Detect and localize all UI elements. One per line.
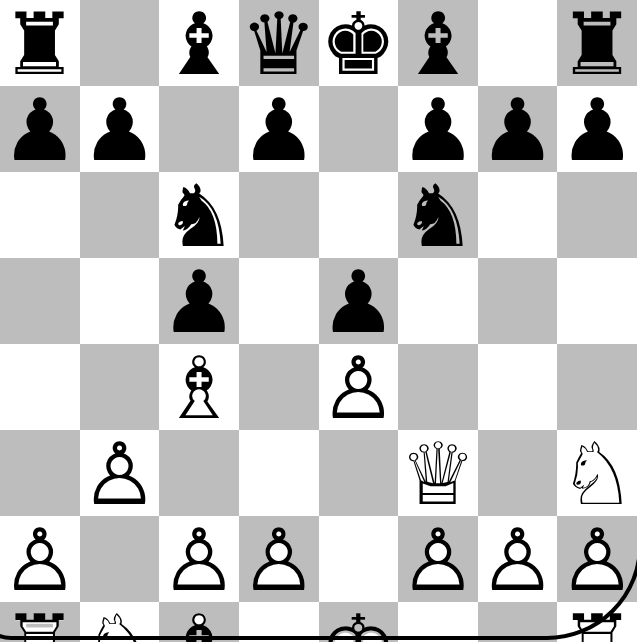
black-knight[interactable]: ♞ <box>161 173 238 259</box>
piece-glyph: ♛ <box>240 1 317 87</box>
piece-glyph: ♙ <box>399 517 476 603</box>
square-h3[interactable]: ♞♘ <box>557 430 637 516</box>
square-g2[interactable]: ♟♙ <box>478 516 558 602</box>
piece-glyph: ♟ <box>1 87 78 173</box>
piece-glyph: ♟ <box>479 87 556 173</box>
square-g1[interactable] <box>478 602 558 642</box>
square-f3[interactable]: ♛♕ <box>398 430 478 516</box>
square-c3[interactable] <box>159 430 239 516</box>
piece-glyph: ♞ <box>399 173 476 259</box>
piece-glyph: ♙ <box>81 431 158 517</box>
square-b1[interactable]: ♞♘ <box>80 602 160 642</box>
piece-glyph: ♟ <box>81 87 158 173</box>
square-h6[interactable] <box>557 172 637 258</box>
square-e8[interactable]: ♚ <box>319 0 399 86</box>
white-rook[interactable]: ♜♖ <box>1 603 78 642</box>
black-pawn[interactable]: ♟ <box>559 87 636 173</box>
piece-glyph: ♖ <box>1 603 78 642</box>
white-pawn[interactable]: ♟♙ <box>161 517 238 603</box>
square-g5[interactable] <box>478 258 558 344</box>
square-d6[interactable] <box>239 172 319 258</box>
square-b4[interactable] <box>80 344 160 430</box>
square-d1[interactable] <box>239 602 319 642</box>
square-e7[interactable] <box>319 86 399 172</box>
black-knight[interactable]: ♞ <box>399 173 476 259</box>
black-pawn[interactable]: ♟ <box>161 259 238 345</box>
chess-board: ♜♝♛♚♝♜♟♟♟♟♟♟♞♞♟♟♝♗♟♙♟♙♛♕♞♘♟♙♟♙♟♙♟♙♟♙♟♙♜♖… <box>0 0 637 636</box>
square-a7[interactable]: ♟ <box>0 86 80 172</box>
black-queen[interactable]: ♛ <box>240 1 317 87</box>
piece-glyph: ♚ <box>320 1 397 87</box>
square-f1[interactable] <box>398 602 478 642</box>
white-bishop[interactable]: ♝♗ <box>161 603 238 642</box>
square-h7[interactable]: ♟ <box>557 86 637 172</box>
piece-glyph: ♜ <box>1 1 78 87</box>
square-c7[interactable] <box>159 86 239 172</box>
square-e4[interactable]: ♟♙ <box>319 344 399 430</box>
piece-glyph: ♗ <box>161 345 238 431</box>
chess-diagram: ♜♝♛♚♝♜♟♟♟♟♟♟♞♞♟♟♝♗♟♙♟♙♛♕♞♘♟♙♟♙♟♙♟♙♟♙♟♙♜♖… <box>0 0 637 642</box>
black-pawn[interactable]: ♟ <box>240 87 317 173</box>
piece-glyph: ♝ <box>161 1 238 87</box>
square-g6[interactable] <box>478 172 558 258</box>
white-pawn[interactable]: ♟♙ <box>559 517 636 603</box>
black-king[interactable]: ♚ <box>320 1 397 87</box>
piece-glyph: ♘ <box>81 603 158 642</box>
square-d7[interactable]: ♟ <box>239 86 319 172</box>
square-g3[interactable] <box>478 430 558 516</box>
square-b6[interactable] <box>80 172 160 258</box>
square-c4[interactable]: ♝♗ <box>159 344 239 430</box>
square-h8[interactable]: ♜ <box>557 0 637 86</box>
white-knight[interactable]: ♞♘ <box>559 431 636 517</box>
piece-glyph: ♕ <box>399 431 476 517</box>
square-b7[interactable]: ♟ <box>80 86 160 172</box>
square-f6[interactable]: ♞ <box>398 172 478 258</box>
piece-glyph: ♟ <box>399 87 476 173</box>
square-f7[interactable]: ♟ <box>398 86 478 172</box>
square-a8[interactable]: ♜ <box>0 0 80 86</box>
square-a2[interactable]: ♟♙ <box>0 516 80 602</box>
square-e6[interactable] <box>319 172 399 258</box>
square-c8[interactable]: ♝ <box>159 0 239 86</box>
piece-glyph: ♖ <box>559 603 636 642</box>
square-d2[interactable]: ♟♙ <box>239 516 319 602</box>
square-a3[interactable] <box>0 430 80 516</box>
square-b2[interactable] <box>80 516 160 602</box>
piece-glyph: ♜ <box>559 1 636 87</box>
square-e3[interactable] <box>319 430 399 516</box>
black-pawn[interactable]: ♟ <box>81 87 158 173</box>
square-g7[interactable]: ♟ <box>478 86 558 172</box>
square-a5[interactable] <box>0 258 80 344</box>
piece-glyph: ♘ <box>559 431 636 517</box>
square-b8[interactable] <box>80 0 160 86</box>
piece-glyph: ♟ <box>559 87 636 173</box>
piece-glyph: ♟ <box>161 259 238 345</box>
square-c5[interactable]: ♟ <box>159 258 239 344</box>
square-a4[interactable] <box>0 344 80 430</box>
black-bishop[interactable]: ♝ <box>161 1 238 87</box>
square-h1[interactable]: ♜♖ <box>557 602 637 642</box>
square-e2[interactable] <box>319 516 399 602</box>
black-pawn[interactable]: ♟ <box>399 87 476 173</box>
black-rook[interactable]: ♜ <box>1 1 78 87</box>
square-b3[interactable]: ♟♙ <box>80 430 160 516</box>
white-king[interactable]: ♚♔ <box>320 603 397 642</box>
piece-glyph: ♟ <box>320 259 397 345</box>
white-pawn[interactable]: ♟♙ <box>399 517 476 603</box>
square-h2[interactable]: ♟♙ <box>557 516 637 602</box>
square-c1[interactable]: ♝♗ <box>159 602 239 642</box>
square-d3[interactable] <box>239 430 319 516</box>
piece-glyph: ♔ <box>320 603 397 642</box>
square-g8[interactable] <box>478 0 558 86</box>
square-d8[interactable]: ♛ <box>239 0 319 86</box>
piece-glyph: ♙ <box>559 517 636 603</box>
white-pawn[interactable]: ♟♙ <box>1 517 78 603</box>
white-queen[interactable]: ♛♕ <box>399 431 476 517</box>
square-a1[interactable]: ♜♖ <box>0 602 80 642</box>
white-bishop[interactable]: ♝♗ <box>161 345 238 431</box>
square-f5[interactable] <box>398 258 478 344</box>
square-d5[interactable] <box>239 258 319 344</box>
white-pawn[interactable]: ♟♙ <box>479 517 556 603</box>
piece-glyph: ♙ <box>161 517 238 603</box>
square-e1[interactable]: ♚♔ <box>319 602 399 642</box>
black-pawn[interactable]: ♟ <box>1 87 78 173</box>
piece-glyph: ♗ <box>161 603 238 642</box>
piece-glyph: ♙ <box>479 517 556 603</box>
piece-glyph: ♙ <box>240 517 317 603</box>
square-e5[interactable]: ♟ <box>319 258 399 344</box>
square-d4[interactable] <box>239 344 319 430</box>
piece-glyph: ♙ <box>1 517 78 603</box>
white-pawn[interactable]: ♟♙ <box>81 431 158 517</box>
piece-glyph: ♙ <box>320 345 397 431</box>
square-c6[interactable]: ♞ <box>159 172 239 258</box>
square-c2[interactable]: ♟♙ <box>159 516 239 602</box>
white-knight[interactable]: ♞♘ <box>81 603 158 642</box>
piece-glyph: ♞ <box>161 173 238 259</box>
square-f8[interactable]: ♝ <box>398 0 478 86</box>
square-h4[interactable] <box>557 344 637 430</box>
square-f2[interactable]: ♟♙ <box>398 516 478 602</box>
black-pawn[interactable]: ♟ <box>320 259 397 345</box>
piece-glyph: ♝ <box>399 1 476 87</box>
black-bishop[interactable]: ♝ <box>399 1 476 87</box>
square-f4[interactable] <box>398 344 478 430</box>
square-g4[interactable] <box>478 344 558 430</box>
piece-glyph: ♟ <box>240 87 317 173</box>
white-rook[interactable]: ♜♖ <box>559 603 636 642</box>
black-rook[interactable]: ♜ <box>559 1 636 87</box>
square-h5[interactable] <box>557 258 637 344</box>
white-pawn[interactable]: ♟♙ <box>240 517 317 603</box>
black-pawn[interactable]: ♟ <box>479 87 556 173</box>
square-a6[interactable] <box>0 172 80 258</box>
square-b5[interactable] <box>80 258 160 344</box>
white-pawn[interactable]: ♟♙ <box>320 345 397 431</box>
